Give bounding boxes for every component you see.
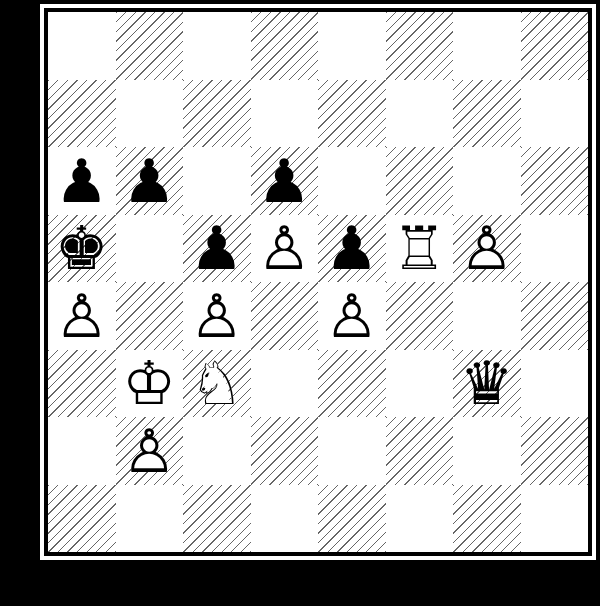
- piece-white-pawn-b2-fill: ♟: [116, 417, 184, 485]
- diagram-frame: ♟♟♟♚♟♟♙♟♜♖♟♙♟♙♟♙♟♙♚♔♞♘♛♟♙: [0, 0, 600, 606]
- square-f4[interactable]: [386, 282, 454, 350]
- square-g3[interactable]: ♛: [453, 350, 521, 418]
- square-d7[interactable]: [251, 80, 319, 148]
- piece-black-pawn-a6: ♟: [48, 147, 116, 215]
- square-a6[interactable]: ♟: [48, 147, 116, 215]
- piece-white-pawn-b2: ♙: [116, 417, 184, 485]
- square-h4[interactable]: [521, 282, 589, 350]
- piece-white-pawn-a4-fill: ♟: [48, 282, 116, 350]
- square-h2[interactable]: [521, 417, 589, 485]
- board-mat: ♟♟♟♚♟♟♙♟♜♖♟♙♟♙♟♙♟♙♚♔♞♘♛♟♙: [40, 4, 596, 560]
- square-c8[interactable]: [183, 12, 251, 80]
- square-a4[interactable]: ♟♙: [48, 282, 116, 350]
- square-c7[interactable]: [183, 80, 251, 148]
- square-g7[interactable]: [453, 80, 521, 148]
- square-b3[interactable]: ♚♔: [116, 350, 184, 418]
- square-a7[interactable]: [48, 80, 116, 148]
- piece-white-pawn-e4-fill: ♟: [318, 282, 386, 350]
- square-d8[interactable]: [251, 12, 319, 80]
- piece-black-pawn-c5: ♟: [183, 215, 251, 283]
- square-h7[interactable]: [521, 80, 589, 148]
- piece-white-pawn-c4-fill: ♟: [183, 282, 251, 350]
- square-b8[interactable]: [116, 12, 184, 80]
- square-d5[interactable]: ♟♙: [251, 215, 319, 283]
- piece-white-king-b3: ♔: [116, 350, 184, 418]
- piece-white-rook-f5: ♖: [386, 215, 454, 283]
- square-f7[interactable]: [386, 80, 454, 148]
- piece-black-pawn-d6: ♟: [251, 147, 319, 215]
- square-a1[interactable]: [48, 485, 116, 553]
- square-a5[interactable]: ♚: [48, 215, 116, 283]
- square-c6[interactable]: [183, 147, 251, 215]
- piece-black-pawn-b6: ♟: [116, 147, 184, 215]
- chess-board: ♟♟♟♚♟♟♙♟♜♖♟♙♟♙♟♙♟♙♚♔♞♘♛♟♙: [44, 8, 592, 556]
- piece-black-queen-g3: ♛: [453, 350, 521, 418]
- square-a2[interactable]: [48, 417, 116, 485]
- square-e4[interactable]: ♟♙: [318, 282, 386, 350]
- square-h1[interactable]: [521, 485, 589, 553]
- piece-white-pawn-g5: ♙: [453, 215, 521, 283]
- square-e2[interactable]: [318, 417, 386, 485]
- piece-white-king-b3-fill: ♚: [116, 350, 184, 418]
- square-h5[interactable]: [521, 215, 589, 283]
- square-b6[interactable]: ♟: [116, 147, 184, 215]
- square-f3[interactable]: [386, 350, 454, 418]
- square-b7[interactable]: [116, 80, 184, 148]
- piece-white-pawn-d5-fill: ♟: [251, 215, 319, 283]
- square-g1[interactable]: [453, 485, 521, 553]
- square-c5[interactable]: ♟: [183, 215, 251, 283]
- square-a8[interactable]: [48, 12, 116, 80]
- piece-white-pawn-c4: ♙: [183, 282, 251, 350]
- square-d4[interactable]: [251, 282, 319, 350]
- piece-white-pawn-g5-fill: ♟: [453, 215, 521, 283]
- square-c4[interactable]: ♟♙: [183, 282, 251, 350]
- square-f6[interactable]: [386, 147, 454, 215]
- square-d6[interactable]: ♟: [251, 147, 319, 215]
- square-a3[interactable]: [48, 350, 116, 418]
- square-f8[interactable]: [386, 12, 454, 80]
- square-g6[interactable]: [453, 147, 521, 215]
- piece-black-king-a5: ♚: [48, 215, 116, 283]
- square-g8[interactable]: [453, 12, 521, 80]
- piece-white-pawn-d5: ♙: [251, 215, 319, 283]
- square-b1[interactable]: [116, 485, 184, 553]
- square-e3[interactable]: [318, 350, 386, 418]
- square-b5[interactable]: [116, 215, 184, 283]
- square-f1[interactable]: [386, 485, 454, 553]
- square-b4[interactable]: [116, 282, 184, 350]
- piece-white-pawn-a4: ♙: [48, 282, 116, 350]
- square-d3[interactable]: [251, 350, 319, 418]
- square-h8[interactable]: [521, 12, 589, 80]
- piece-white-knight-c3-fill: ♞: [183, 350, 251, 418]
- piece-white-pawn-e4: ♙: [318, 282, 386, 350]
- square-c2[interactable]: [183, 417, 251, 485]
- square-d2[interactable]: [251, 417, 319, 485]
- square-e1[interactable]: [318, 485, 386, 553]
- square-c3[interactable]: ♞♘: [183, 350, 251, 418]
- square-g4[interactable]: [453, 282, 521, 350]
- square-e7[interactable]: [318, 80, 386, 148]
- square-f2[interactable]: [386, 417, 454, 485]
- piece-white-knight-c3: ♘: [183, 350, 251, 418]
- square-g2[interactable]: [453, 417, 521, 485]
- square-h6[interactable]: [521, 147, 589, 215]
- piece-black-pawn-e5: ♟: [318, 215, 386, 283]
- square-h3[interactable]: [521, 350, 589, 418]
- piece-white-rook-f5-fill: ♜: [386, 215, 454, 283]
- square-b2[interactable]: ♟♙: [116, 417, 184, 485]
- square-e6[interactable]: [318, 147, 386, 215]
- square-e5[interactable]: ♟: [318, 215, 386, 283]
- square-c1[interactable]: [183, 485, 251, 553]
- square-e8[interactable]: [318, 12, 386, 80]
- square-d1[interactable]: [251, 485, 319, 553]
- square-f5[interactable]: ♜♖: [386, 215, 454, 283]
- square-g5[interactable]: ♟♙: [453, 215, 521, 283]
